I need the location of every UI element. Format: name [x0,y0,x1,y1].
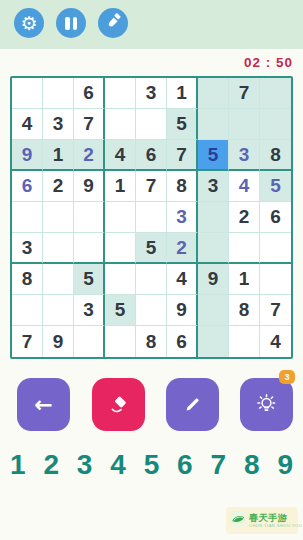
cell-r3c3[interactable]: 2 [74,140,105,171]
cell-r2c5[interactable] [136,109,167,140]
cell-r8c1[interactable] [12,295,43,326]
cell-r2c9[interactable] [260,109,291,140]
cell-r8c6[interactable]: 9 [167,295,198,326]
cell-r8c9[interactable]: 7 [260,295,291,326]
cell-r2c6[interactable]: 5 [167,109,198,140]
undo-button[interactable]: ← [17,378,70,431]
numpad-6[interactable]: 6 [177,448,193,482]
cell-r7c4[interactable] [105,264,136,295]
numpad-8[interactable]: 8 [244,448,260,482]
pencil-icon [182,394,203,415]
numpad-3[interactable]: 3 [77,448,93,482]
cell-r3c2[interactable]: 1 [43,140,74,171]
cell-r5c1[interactable] [12,202,43,233]
cell-r5c9[interactable]: 6 [260,202,291,233]
cell-r6c5[interactable]: 5 [136,233,167,264]
cell-r8c4[interactable]: 5 [105,295,136,326]
cell-r1c4[interactable] [105,78,136,109]
cell-r4c4[interactable]: 1 [105,171,136,202]
cell-r6c7[interactable] [198,233,229,264]
cell-r7c1[interactable]: 8 [12,264,43,295]
cell-r6c3[interactable] [74,233,105,264]
cell-r3c7[interactable]: 5 [198,140,229,171]
watermark-subtitle: CHUN TIAN SHOU YOU [249,524,302,528]
watermark-badge: 春天手游 CHUN TIAN SHOU YOU [226,507,298,534]
numpad-2[interactable]: 2 [43,448,59,482]
cell-r6c1[interactable]: 3 [12,233,43,264]
header-bar: ⚙ [0,0,303,49]
cell-r1c5[interactable]: 3 [136,78,167,109]
theme-button[interactable] [98,8,128,38]
cell-r3c9[interactable]: 8 [260,140,291,171]
cell-r3c8[interactable]: 3 [229,140,260,171]
cell-r2c2[interactable]: 3 [43,109,74,140]
cell-r4c8[interactable]: 4 [229,171,260,202]
cell-r5c6[interactable]: 3 [167,202,198,233]
cell-r7c2[interactable] [43,264,74,295]
number-pad: 123456789 [10,448,293,482]
pencil-button[interactable] [166,378,219,431]
cell-r7c8[interactable]: 1 [229,264,260,295]
timer: 02 : 50 [244,55,293,70]
cell-r5c2[interactable] [43,202,74,233]
hint-count-badge: 3 [279,370,295,384]
cell-r9c5[interactable]: 8 [136,326,167,357]
cell-r9c8[interactable] [229,326,260,357]
watermark-logo-icon [229,510,247,532]
cell-r7c3[interactable]: 5 [74,264,105,295]
cell-r4c9[interactable]: 5 [260,171,291,202]
cell-r1c3[interactable]: 6 [74,78,105,109]
cell-r9c2[interactable]: 9 [43,326,74,357]
watermark-title: 春天手游 [249,513,302,523]
numpad-5[interactable]: 5 [144,448,160,482]
cell-r9c3[interactable] [74,326,105,357]
cell-r6c2[interactable] [43,233,74,264]
cell-r7c9[interactable] [260,264,291,295]
cell-r4c6[interactable]: 8 [167,171,198,202]
pause-icon [65,17,77,30]
cell-r4c2[interactable]: 2 [43,171,74,202]
cell-r2c3[interactable]: 7 [74,109,105,140]
cell-r8c8[interactable]: 8 [229,295,260,326]
cell-r5c8[interactable]: 2 [229,202,260,233]
settings-button[interactable]: ⚙ [14,8,44,38]
cell-r1c8[interactable]: 7 [229,78,260,109]
cell-r4c3[interactable]: 9 [74,171,105,202]
cell-r4c1[interactable]: 6 [12,171,43,202]
cell-r7c5[interactable] [136,264,167,295]
cell-r2c4[interactable] [105,109,136,140]
cell-r5c7[interactable] [198,202,229,233]
cell-r3c6[interactable]: 7 [167,140,198,171]
cell-r9c1[interactable]: 7 [12,326,43,357]
pause-button[interactable] [56,8,86,38]
cell-r9c7[interactable] [198,326,229,357]
brush-icon [105,13,122,33]
cell-r1c9[interactable] [260,78,291,109]
numpad-7[interactable]: 7 [211,448,227,482]
cell-r4c5[interactable]: 7 [136,171,167,202]
numpad-4[interactable]: 4 [110,448,126,482]
cell-r7c7[interactable]: 9 [198,264,229,295]
cell-r5c4[interactable] [105,202,136,233]
cell-r7c6[interactable]: 4 [167,264,198,295]
cell-r5c5[interactable] [136,202,167,233]
cell-r3c1[interactable]: 9 [12,140,43,171]
cell-r6c8[interactable] [229,233,260,264]
cell-r1c2[interactable] [43,78,74,109]
cell-r1c1[interactable] [12,78,43,109]
cell-r2c8[interactable] [229,109,260,140]
cell-r8c2[interactable] [43,295,74,326]
cell-r3c4[interactable]: 4 [105,140,136,171]
cell-r5c3[interactable] [74,202,105,233]
cell-r6c6[interactable]: 2 [167,233,198,264]
cell-r2c7[interactable] [198,109,229,140]
eraser-icon [107,393,131,417]
cell-r8c3[interactable]: 3 [74,295,105,326]
undo-arrow-icon: ← [34,394,52,416]
cell-r8c7[interactable] [198,295,229,326]
cell-r9c6[interactable]: 6 [167,326,198,357]
sudoku-board: 6317437591246753862917834532635285491359… [10,76,293,359]
numpad-1[interactable]: 1 [10,448,26,482]
hint-button[interactable]: 3 [240,378,293,431]
eraser-button[interactable] [92,378,145,431]
cell-r9c9[interactable]: 4 [260,326,291,357]
cell-r4c7[interactable]: 3 [198,171,229,202]
cell-r6c9[interactable] [260,233,291,264]
cell-r1c6[interactable]: 1 [167,78,198,109]
cell-r8c5[interactable] [136,295,167,326]
cell-r2c1[interactable]: 4 [12,109,43,140]
cell-r6c4[interactable] [105,233,136,264]
gear-icon: ⚙ [20,14,37,33]
bulb-icon [254,392,279,417]
cell-r3c5[interactable]: 6 [136,140,167,171]
cell-r9c4[interactable] [105,326,136,357]
numpad-9[interactable]: 9 [277,448,293,482]
cell-r1c7[interactable] [198,78,229,109]
